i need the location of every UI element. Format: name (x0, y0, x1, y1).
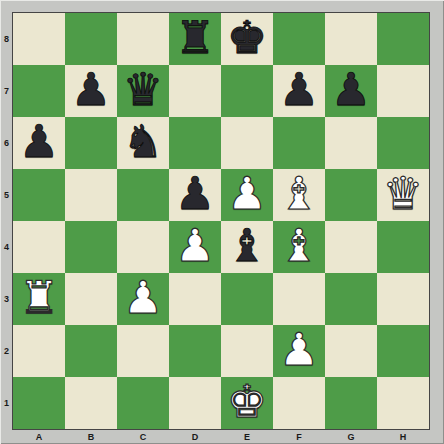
square-f8[interactable] (273, 13, 325, 65)
file-label-e: E (221, 430, 273, 444)
file-label-c: C (117, 430, 169, 444)
square-b5[interactable] (65, 169, 117, 221)
square-b8[interactable] (65, 13, 117, 65)
piece-white-queen-h5[interactable]: ♛ (377, 169, 429, 221)
square-b7[interactable]: ♟ (65, 65, 117, 117)
file-label-h: H (377, 430, 429, 444)
square-b3[interactable] (65, 273, 117, 325)
square-g1[interactable] (325, 377, 377, 429)
square-c7[interactable]: ♛ (117, 65, 169, 117)
square-g4[interactable] (325, 221, 377, 273)
rank-label-1: 1 (0, 377, 13, 429)
square-c2[interactable] (117, 325, 169, 377)
square-f1[interactable] (273, 377, 325, 429)
piece-white-pawn-c3[interactable]: ♟ (117, 273, 169, 325)
piece-black-pawn-a6[interactable]: ♟ (13, 117, 65, 169)
square-b1[interactable] (65, 377, 117, 429)
square-e5[interactable]: ♟ (221, 169, 273, 221)
square-c8[interactable] (117, 13, 169, 65)
square-c6[interactable]: ♞ (117, 117, 169, 169)
square-f6[interactable] (273, 117, 325, 169)
piece-black-pawn-d5[interactable]: ♟ (169, 169, 221, 221)
square-g6[interactable] (325, 117, 377, 169)
square-b6[interactable] (65, 117, 117, 169)
square-e4[interactable]: ♝ (221, 221, 273, 273)
piece-black-pawn-b7[interactable]: ♟ (65, 65, 117, 117)
piece-white-bishop-f5[interactable]: ♝ (273, 169, 325, 221)
board-frame: ♜♚♟♛♟♟♟♞♟♟♝♛♟♝♝♜♟♟♚ 87654321 ABCDEFGH (0, 0, 444, 444)
square-e6[interactable] (221, 117, 273, 169)
square-h8[interactable] (377, 13, 429, 65)
file-label-g: G (325, 430, 377, 444)
piece-black-pawn-g7[interactable]: ♟ (325, 65, 377, 117)
square-h4[interactable] (377, 221, 429, 273)
piece-white-king-e1[interactable]: ♚ (221, 377, 273, 429)
square-e7[interactable] (221, 65, 273, 117)
square-c1[interactable] (117, 377, 169, 429)
rank-label-7: 7 (0, 65, 13, 117)
square-f3[interactable] (273, 273, 325, 325)
square-d2[interactable] (169, 325, 221, 377)
rank-label-3: 3 (0, 273, 13, 325)
square-h7[interactable] (377, 65, 429, 117)
piece-black-rook-d8[interactable]: ♜ (169, 13, 221, 65)
square-e8[interactable]: ♚ (221, 13, 273, 65)
square-d3[interactable] (169, 273, 221, 325)
square-d6[interactable] (169, 117, 221, 169)
square-h6[interactable] (377, 117, 429, 169)
square-e1[interactable]: ♚ (221, 377, 273, 429)
square-h3[interactable] (377, 273, 429, 325)
square-b2[interactable] (65, 325, 117, 377)
square-h1[interactable] (377, 377, 429, 429)
piece-black-knight-c6[interactable]: ♞ (117, 117, 169, 169)
rank-label-5: 5 (0, 169, 13, 221)
square-g2[interactable] (325, 325, 377, 377)
square-a4[interactable] (13, 221, 65, 273)
square-c5[interactable] (117, 169, 169, 221)
rank-label-4: 4 (0, 221, 13, 273)
square-a8[interactable] (13, 13, 65, 65)
square-d5[interactable]: ♟ (169, 169, 221, 221)
square-f4[interactable]: ♝ (273, 221, 325, 273)
file-label-b: B (65, 430, 117, 444)
square-f5[interactable]: ♝ (273, 169, 325, 221)
square-h5[interactable]: ♛ (377, 169, 429, 221)
square-g5[interactable] (325, 169, 377, 221)
square-g8[interactable] (325, 13, 377, 65)
square-c3[interactable]: ♟ (117, 273, 169, 325)
piece-white-rook-a3[interactable]: ♜ (13, 273, 65, 325)
square-d8[interactable]: ♜ (169, 13, 221, 65)
square-f2[interactable]: ♟ (273, 325, 325, 377)
file-label-d: D (169, 430, 221, 444)
square-g7[interactable]: ♟ (325, 65, 377, 117)
piece-black-pawn-f7[interactable]: ♟ (273, 65, 325, 117)
square-d7[interactable] (169, 65, 221, 117)
square-f7[interactable]: ♟ (273, 65, 325, 117)
square-a7[interactable] (13, 65, 65, 117)
square-e3[interactable] (221, 273, 273, 325)
square-d1[interactable] (169, 377, 221, 429)
piece-black-king-e8[interactable]: ♚ (221, 13, 273, 65)
file-label-f: F (273, 430, 325, 444)
chess-board: ♜♚♟♛♟♟♟♞♟♟♝♛♟♝♝♜♟♟♚ (13, 13, 429, 429)
square-h2[interactable] (377, 325, 429, 377)
rank-label-6: 6 (0, 117, 13, 169)
square-g3[interactable] (325, 273, 377, 325)
piece-white-pawn-e5[interactable]: ♟ (221, 169, 273, 221)
square-a6[interactable]: ♟ (13, 117, 65, 169)
square-a3[interactable]: ♜ (13, 273, 65, 325)
file-label-a: A (13, 430, 65, 444)
square-a5[interactable] (13, 169, 65, 221)
square-c4[interactable] (117, 221, 169, 273)
square-d4[interactable]: ♟ (169, 221, 221, 273)
piece-white-pawn-d4[interactable]: ♟ (169, 221, 221, 273)
square-a1[interactable] (13, 377, 65, 429)
piece-black-bishop-e4[interactable]: ♝ (221, 221, 273, 273)
rank-label-8: 8 (0, 13, 13, 65)
square-b4[interactable] (65, 221, 117, 273)
rank-label-2: 2 (0, 325, 13, 377)
piece-black-queen-c7[interactable]: ♛ (117, 65, 169, 117)
square-e2[interactable] (221, 325, 273, 377)
square-a2[interactable] (13, 325, 65, 377)
piece-white-pawn-f2[interactable]: ♟ (273, 325, 325, 377)
piece-white-bishop-f4[interactable]: ♝ (273, 221, 325, 273)
